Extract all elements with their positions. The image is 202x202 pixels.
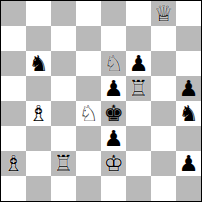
white-bishop[interactable]: ♗ [29, 101, 49, 126]
square-b8[interactable] [26, 1, 51, 26]
square-f1[interactable] [126, 176, 151, 201]
square-g1[interactable] [151, 176, 176, 201]
white-knight[interactable]: ♘ [104, 51, 124, 76]
square-b1[interactable] [26, 176, 51, 201]
square-c5[interactable] [51, 76, 76, 101]
square-h3[interactable] [176, 126, 201, 151]
square-g2[interactable] [151, 151, 176, 176]
square-f2[interactable] [126, 151, 151, 176]
square-a1[interactable] [1, 176, 26, 201]
square-b3[interactable] [26, 126, 51, 151]
square-d2[interactable] [76, 151, 101, 176]
square-a7[interactable] [1, 26, 26, 51]
square-c6[interactable] [51, 51, 76, 76]
white-rook[interactable]: ♖ [54, 151, 74, 176]
square-c4[interactable] [51, 101, 76, 126]
square-f6[interactable]: ♟ [126, 51, 151, 76]
black-pawn[interactable]: ♟ [179, 151, 199, 176]
white-knight[interactable]: ♘ [79, 101, 99, 126]
square-f8[interactable] [126, 1, 151, 26]
white-rook[interactable]: ♖ [129, 76, 149, 101]
square-g8[interactable]: ♕ [151, 1, 176, 26]
square-e6[interactable]: ♘ [101, 51, 126, 76]
black-knight[interactable]: ♞ [179, 101, 199, 126]
square-e5[interactable]: ♟ [101, 76, 126, 101]
square-h6[interactable] [176, 51, 201, 76]
square-e3[interactable]: ♟ [101, 126, 126, 151]
square-e7[interactable] [101, 26, 126, 51]
square-d6[interactable] [76, 51, 101, 76]
black-pawn[interactable]: ♟ [104, 126, 124, 151]
square-b6[interactable]: ♞ [26, 51, 51, 76]
square-b4[interactable]: ♗ [26, 101, 51, 126]
square-e8[interactable] [101, 1, 126, 26]
square-h2[interactable]: ♟ [176, 151, 201, 176]
black-pawn[interactable]: ♟ [129, 51, 149, 76]
square-g6[interactable] [151, 51, 176, 76]
square-h5[interactable]: ♟ [176, 76, 201, 101]
square-g7[interactable] [151, 26, 176, 51]
square-d5[interactable] [76, 76, 101, 101]
white-queen[interactable]: ♕ [154, 1, 174, 26]
square-d8[interactable] [76, 1, 101, 26]
square-b2[interactable] [26, 151, 51, 176]
square-e4[interactable]: ♚ [101, 101, 126, 126]
square-d7[interactable] [76, 26, 101, 51]
white-bishop[interactable]: ♗ [4, 151, 24, 176]
square-f5[interactable]: ♖ [126, 76, 151, 101]
black-pawn[interactable]: ♟ [179, 76, 199, 101]
square-g5[interactable] [151, 76, 176, 101]
chess-diagram: ♕♞♘♟♟♖♟♗♘♚♞♟♗♖♔♟ [0, 0, 202, 202]
square-e1[interactable] [101, 176, 126, 201]
square-a4[interactable] [1, 101, 26, 126]
black-pawn[interactable]: ♟ [104, 76, 124, 101]
square-h7[interactable] [176, 26, 201, 51]
black-king[interactable]: ♚ [104, 101, 124, 126]
square-g4[interactable] [151, 101, 176, 126]
square-e2[interactable]: ♔ [101, 151, 126, 176]
square-g3[interactable] [151, 126, 176, 151]
square-h1[interactable] [176, 176, 201, 201]
square-a6[interactable] [1, 51, 26, 76]
black-knight[interactable]: ♞ [29, 51, 49, 76]
square-h4[interactable]: ♞ [176, 101, 201, 126]
square-c3[interactable] [51, 126, 76, 151]
square-c2[interactable]: ♖ [51, 151, 76, 176]
square-f3[interactable] [126, 126, 151, 151]
square-c8[interactable] [51, 1, 76, 26]
square-f4[interactable] [126, 101, 151, 126]
square-f7[interactable] [126, 26, 151, 51]
chess-board: ♕♞♘♟♟♖♟♗♘♚♞♟♗♖♔♟ [0, 0, 202, 202]
square-h8[interactable] [176, 1, 201, 26]
square-a8[interactable] [1, 1, 26, 26]
square-d1[interactable] [76, 176, 101, 201]
square-c1[interactable] [51, 176, 76, 201]
square-b5[interactable] [26, 76, 51, 101]
square-a2[interactable]: ♗ [1, 151, 26, 176]
square-d3[interactable] [76, 126, 101, 151]
square-a5[interactable] [1, 76, 26, 101]
square-d4[interactable]: ♘ [76, 101, 101, 126]
square-b7[interactable] [26, 26, 51, 51]
white-king[interactable]: ♔ [104, 151, 124, 176]
square-c7[interactable] [51, 26, 76, 51]
square-a3[interactable] [1, 126, 26, 151]
